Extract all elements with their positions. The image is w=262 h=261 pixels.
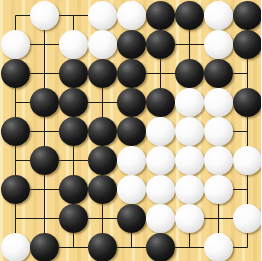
point-r1c3[interactable] bbox=[59, 1, 88, 30]
white-stone bbox=[204, 117, 233, 146]
black-stone bbox=[233, 1, 262, 30]
black-stone bbox=[117, 59, 146, 88]
white-stone bbox=[233, 204, 262, 233]
point-r1c8[interactable] bbox=[204, 1, 233, 30]
black-stone bbox=[88, 59, 117, 88]
white-stone bbox=[59, 30, 88, 59]
white-stone bbox=[233, 146, 262, 175]
black-stone bbox=[146, 233, 175, 261]
point-r4c8[interactable] bbox=[204, 88, 233, 117]
point-r8c6[interactable] bbox=[146, 204, 175, 233]
point-r7c4[interactable] bbox=[88, 175, 117, 204]
point-r5c6[interactable] bbox=[146, 117, 175, 146]
black-stone bbox=[59, 117, 88, 146]
point-r9c4[interactable] bbox=[88, 233, 117, 261]
black-stone bbox=[1, 175, 30, 204]
point-r2c6[interactable] bbox=[146, 30, 175, 59]
point-r3c8[interactable] bbox=[204, 59, 233, 88]
point-r2c9[interactable] bbox=[233, 30, 262, 59]
point-r9c1[interactable] bbox=[1, 233, 30, 261]
white-stone bbox=[88, 1, 117, 30]
black-stone bbox=[30, 88, 59, 117]
point-r9c9[interactable] bbox=[233, 233, 262, 261]
black-stone bbox=[88, 117, 117, 146]
black-stone bbox=[59, 88, 88, 117]
point-r6c8[interactable] bbox=[204, 146, 233, 175]
point-r8c9[interactable] bbox=[233, 204, 262, 233]
point-r7c2[interactable] bbox=[30, 175, 59, 204]
point-r3c4[interactable] bbox=[88, 59, 117, 88]
point-r6c4[interactable] bbox=[88, 146, 117, 175]
point-r5c4[interactable] bbox=[88, 117, 117, 146]
white-stone bbox=[1, 233, 30, 261]
point-r7c7[interactable] bbox=[175, 175, 204, 204]
point-r7c1[interactable] bbox=[1, 175, 30, 204]
point-r7c3[interactable] bbox=[59, 175, 88, 204]
black-stone bbox=[146, 1, 175, 30]
point-r3c6[interactable] bbox=[146, 59, 175, 88]
point-r6c5[interactable] bbox=[117, 146, 146, 175]
black-stone bbox=[1, 59, 30, 88]
white-stone bbox=[175, 117, 204, 146]
point-r2c8[interactable] bbox=[204, 30, 233, 59]
black-stone bbox=[59, 175, 88, 204]
white-stone bbox=[117, 146, 146, 175]
point-r8c3[interactable] bbox=[59, 204, 88, 233]
point-r4c6[interactable] bbox=[146, 88, 175, 117]
point-r4c3[interactable] bbox=[59, 88, 88, 117]
point-r3c9[interactable] bbox=[233, 59, 262, 88]
go-board bbox=[0, 0, 261, 261]
white-stone bbox=[204, 233, 233, 261]
point-r8c1[interactable] bbox=[1, 204, 30, 233]
black-stone bbox=[30, 233, 59, 261]
black-stone bbox=[117, 88, 146, 117]
point-r7c5[interactable] bbox=[117, 175, 146, 204]
black-stone bbox=[88, 146, 117, 175]
white-stone bbox=[88, 30, 117, 59]
point-r4c2[interactable] bbox=[30, 88, 59, 117]
point-r6c7[interactable] bbox=[175, 146, 204, 175]
black-stone bbox=[233, 88, 262, 117]
point-r4c1[interactable] bbox=[1, 88, 30, 117]
point-r2c5[interactable] bbox=[117, 30, 146, 59]
white-stone bbox=[30, 1, 59, 30]
white-stone bbox=[204, 146, 233, 175]
point-r6c6[interactable] bbox=[146, 146, 175, 175]
point-r3c7[interactable] bbox=[175, 59, 204, 88]
point-r5c8[interactable] bbox=[204, 117, 233, 146]
point-r5c2[interactable] bbox=[30, 117, 59, 146]
point-r7c9[interactable] bbox=[233, 175, 262, 204]
point-r3c1[interactable] bbox=[1, 59, 30, 88]
point-r5c9[interactable] bbox=[233, 117, 262, 146]
white-stone bbox=[1, 30, 30, 59]
point-r3c2[interactable] bbox=[30, 59, 59, 88]
white-stone bbox=[175, 88, 204, 117]
black-stone bbox=[88, 233, 117, 261]
white-stone bbox=[146, 175, 175, 204]
point-r1c4[interactable] bbox=[88, 1, 117, 30]
point-r1c6[interactable] bbox=[146, 1, 175, 30]
point-r1c5[interactable] bbox=[117, 1, 146, 30]
point-r6c9[interactable] bbox=[233, 146, 262, 175]
black-stone bbox=[175, 59, 204, 88]
point-r2c4[interactable] bbox=[88, 30, 117, 59]
point-r1c9[interactable] bbox=[233, 1, 262, 30]
point-r4c9[interactable] bbox=[233, 88, 262, 117]
white-stone bbox=[146, 204, 175, 233]
point-r3c5[interactable] bbox=[117, 59, 146, 88]
point-r9c8[interactable] bbox=[204, 233, 233, 261]
point-r7c8[interactable] bbox=[204, 175, 233, 204]
point-r1c1[interactable] bbox=[1, 1, 30, 30]
point-r1c2[interactable] bbox=[30, 1, 59, 30]
point-r5c3[interactable] bbox=[59, 117, 88, 146]
point-r8c2[interactable] bbox=[30, 204, 59, 233]
black-stone bbox=[117, 204, 146, 233]
white-stone bbox=[175, 204, 204, 233]
point-r8c5[interactable] bbox=[117, 204, 146, 233]
point-r2c7[interactable] bbox=[175, 30, 204, 59]
point-r5c1[interactable] bbox=[1, 117, 30, 146]
point-r9c2[interactable] bbox=[30, 233, 59, 261]
white-stone bbox=[117, 1, 146, 30]
point-r2c2[interactable] bbox=[30, 30, 59, 59]
point-r8c7[interactable] bbox=[175, 204, 204, 233]
black-stone bbox=[117, 117, 146, 146]
point-r4c7[interactable] bbox=[175, 88, 204, 117]
black-stone bbox=[59, 204, 88, 233]
point-r6c3[interactable] bbox=[59, 146, 88, 175]
point-r5c5[interactable] bbox=[117, 117, 146, 146]
black-stone bbox=[1, 117, 30, 146]
white-stone bbox=[204, 1, 233, 30]
white-stone bbox=[146, 146, 175, 175]
point-r1c7[interactable] bbox=[175, 1, 204, 30]
point-r9c6[interactable] bbox=[146, 233, 175, 261]
point-r7c6[interactable] bbox=[146, 175, 175, 204]
point-r5c7[interactable] bbox=[175, 117, 204, 146]
point-r2c3[interactable] bbox=[59, 30, 88, 59]
point-r3c3[interactable] bbox=[59, 59, 88, 88]
point-r9c5[interactable] bbox=[117, 233, 146, 261]
black-stone bbox=[59, 59, 88, 88]
point-r2c1[interactable] bbox=[1, 30, 30, 59]
point-r9c7[interactable] bbox=[175, 233, 204, 261]
point-r4c4[interactable] bbox=[88, 88, 117, 117]
point-r8c8[interactable] bbox=[204, 204, 233, 233]
white-stone bbox=[175, 146, 204, 175]
black-stone bbox=[88, 175, 117, 204]
black-stone bbox=[117, 30, 146, 59]
white-stone bbox=[146, 117, 175, 146]
black-stone bbox=[204, 59, 233, 88]
point-r6c1[interactable] bbox=[1, 146, 30, 175]
point-r8c4[interactable] bbox=[88, 204, 117, 233]
white-stone bbox=[117, 175, 146, 204]
black-stone bbox=[30, 146, 59, 175]
white-stone bbox=[204, 88, 233, 117]
point-r4c5[interactable] bbox=[117, 88, 146, 117]
point-r6c2[interactable] bbox=[30, 146, 59, 175]
black-stone bbox=[233, 30, 262, 59]
black-stone bbox=[146, 30, 175, 59]
black-stone bbox=[146, 88, 175, 117]
white-stone bbox=[204, 30, 233, 59]
white-stone bbox=[175, 175, 204, 204]
black-stone bbox=[175, 1, 204, 30]
point-r9c3[interactable] bbox=[59, 233, 88, 261]
white-stone bbox=[204, 175, 233, 204]
